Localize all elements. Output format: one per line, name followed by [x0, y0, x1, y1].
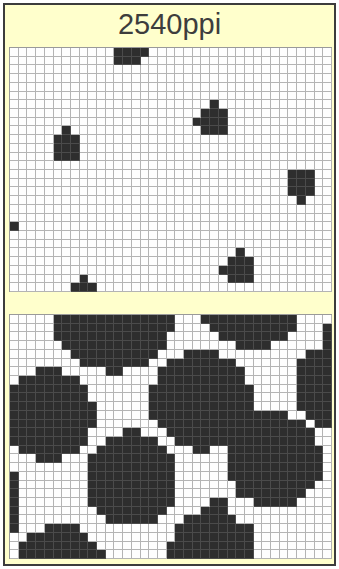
- empty-cell: [297, 533, 306, 542]
- empty-cell: [141, 109, 150, 118]
- empty-cell: [80, 454, 89, 463]
- empty-cell: [228, 196, 237, 205]
- empty-cell: [97, 135, 106, 144]
- empty-cell: [228, 153, 237, 162]
- empty-cell: [123, 231, 132, 240]
- empty-cell: [236, 74, 245, 83]
- dot-cell: [10, 420, 19, 429]
- empty-cell: [149, 109, 158, 118]
- empty-cell: [19, 275, 28, 284]
- empty-cell: [288, 57, 297, 66]
- dot-cell: [306, 393, 315, 402]
- empty-cell: [288, 161, 297, 170]
- dot-cell: [193, 515, 202, 524]
- dot-cell: [236, 524, 245, 533]
- empty-cell: [149, 144, 158, 153]
- empty-cell: [97, 283, 106, 292]
- dot-cell: [141, 437, 150, 446]
- empty-cell: [149, 376, 158, 385]
- empty-cell: [106, 214, 115, 223]
- dot-cell: [236, 411, 245, 420]
- empty-cell: [219, 92, 228, 101]
- dot-cell: [228, 266, 237, 275]
- empty-cell: [114, 240, 123, 249]
- empty-cell: [210, 135, 219, 144]
- empty-cell: [149, 187, 158, 196]
- empty-cell: [175, 257, 184, 266]
- dot-cell: [97, 324, 106, 333]
- dot-cell: [97, 472, 106, 481]
- empty-cell: [27, 214, 36, 223]
- dot-cell: [262, 341, 271, 350]
- dot-cell: [114, 332, 123, 341]
- dot-cell: [323, 420, 332, 429]
- dot-cell: [114, 446, 123, 455]
- dot-cell: [54, 393, 63, 402]
- empty-cell: [201, 481, 210, 490]
- dot-cell: [210, 507, 219, 516]
- empty-cell: [27, 222, 36, 231]
- empty-cell: [141, 275, 150, 284]
- dot-cell: [54, 385, 63, 394]
- dot-cell: [97, 498, 106, 507]
- empty-cell: [201, 187, 210, 196]
- empty-cell: [175, 341, 184, 350]
- empty-cell: [219, 222, 228, 231]
- empty-cell: [262, 359, 271, 368]
- empty-cell: [323, 481, 332, 490]
- empty-cell: [254, 109, 263, 118]
- dot-cell: [236, 393, 245, 402]
- dot-cell: [306, 411, 315, 420]
- dot-cell: [297, 446, 306, 455]
- empty-cell: [167, 92, 176, 101]
- dot-cell: [193, 533, 202, 542]
- empty-cell: [262, 533, 271, 542]
- empty-cell: [45, 135, 54, 144]
- empty-cell: [219, 283, 228, 292]
- empty-cell: [36, 515, 45, 524]
- empty-cell: [54, 48, 63, 57]
- empty-cell: [193, 248, 202, 257]
- empty-cell: [201, 161, 210, 170]
- empty-cell: [262, 126, 271, 135]
- empty-cell: [280, 402, 289, 411]
- empty-cell: [80, 463, 89, 472]
- empty-cell: [323, 507, 332, 516]
- dot-cell: [123, 350, 132, 359]
- empty-cell: [236, 515, 245, 524]
- empty-cell: [80, 266, 89, 275]
- empty-cell: [88, 83, 97, 92]
- dot-cell: [219, 367, 228, 376]
- empty-cell: [141, 144, 150, 153]
- dot-cell: [306, 187, 315, 196]
- empty-cell: [123, 153, 132, 162]
- empty-cell: [167, 135, 176, 144]
- empty-cell: [141, 231, 150, 240]
- empty-cell: [132, 367, 141, 376]
- dot-cell: [54, 324, 63, 333]
- empty-cell: [97, 214, 106, 223]
- empty-cell: [236, 100, 245, 109]
- empty-cell: [184, 205, 193, 214]
- dot-cell: [27, 542, 36, 551]
- empty-cell: [80, 161, 89, 170]
- empty-cell: [254, 126, 263, 135]
- dot-cell: [288, 428, 297, 437]
- dot-cell: [210, 393, 219, 402]
- empty-cell: [193, 179, 202, 188]
- empty-cell: [19, 214, 28, 223]
- dot-cell: [36, 393, 45, 402]
- empty-cell: [71, 481, 80, 490]
- empty-cell: [254, 275, 263, 284]
- dot-cell: [132, 472, 141, 481]
- dot-cell: [254, 446, 263, 455]
- empty-cell: [97, 437, 106, 446]
- empty-cell: [254, 92, 263, 101]
- empty-cell: [271, 240, 280, 249]
- empty-cell: [280, 283, 289, 292]
- empty-cell: [62, 266, 71, 275]
- empty-cell: [114, 376, 123, 385]
- empty-cell: [158, 283, 167, 292]
- dot-cell: [10, 385, 19, 394]
- empty-cell: [149, 65, 158, 74]
- empty-cell: [123, 196, 132, 205]
- dot-cell: [88, 315, 97, 324]
- dot-cell: [62, 411, 71, 420]
- dot-cell: [193, 524, 202, 533]
- empty-cell: [288, 196, 297, 205]
- empty-cell: [36, 222, 45, 231]
- empty-cell: [114, 420, 123, 429]
- empty-cell: [288, 533, 297, 542]
- dot-cell: [175, 376, 184, 385]
- empty-cell: [271, 515, 280, 524]
- empty-cell: [201, 332, 210, 341]
- empty-cell: [10, 135, 19, 144]
- empty-cell: [306, 153, 315, 162]
- empty-cell: [280, 205, 289, 214]
- dot-cell: [228, 376, 237, 385]
- empty-cell: [27, 454, 36, 463]
- empty-cell: [193, 472, 202, 481]
- empty-cell: [123, 214, 132, 223]
- empty-cell: [123, 411, 132, 420]
- empty-cell: [80, 109, 89, 118]
- dot-cell: [297, 196, 306, 205]
- empty-cell: [245, 92, 254, 101]
- dot-cell: [306, 428, 315, 437]
- empty-cell: [27, 109, 36, 118]
- empty-cell: [193, 222, 202, 231]
- dot-cell: [71, 324, 80, 333]
- empty-cell: [106, 542, 115, 551]
- empty-cell: [19, 153, 28, 162]
- empty-cell: [45, 187, 54, 196]
- empty-cell: [10, 144, 19, 153]
- empty-cell: [210, 283, 219, 292]
- empty-cell: [167, 240, 176, 249]
- empty-cell: [54, 196, 63, 205]
- empty-cell: [297, 161, 306, 170]
- dot-cell: [245, 257, 254, 266]
- empty-cell: [27, 100, 36, 109]
- empty-cell: [158, 57, 167, 66]
- dot-cell: [27, 393, 36, 402]
- empty-cell: [306, 83, 315, 92]
- dot-cell: [210, 376, 219, 385]
- dot-cell: [71, 420, 80, 429]
- dot-cell: [54, 153, 63, 162]
- empty-cell: [167, 170, 176, 179]
- empty-cell: [175, 153, 184, 162]
- dot-cell: [315, 454, 324, 463]
- empty-cell: [245, 248, 254, 257]
- dot-cell: [193, 376, 202, 385]
- empty-cell: [141, 428, 150, 437]
- empty-cell: [184, 266, 193, 275]
- dot-cell: [27, 437, 36, 446]
- empty-cell: [10, 187, 19, 196]
- dot-cell: [158, 420, 167, 429]
- empty-cell: [114, 100, 123, 109]
- empty-cell: [201, 179, 210, 188]
- empty-cell: [315, 74, 324, 83]
- dot-cell: [114, 315, 123, 324]
- dot-cell: [10, 515, 19, 524]
- empty-cell: [315, 187, 324, 196]
- empty-cell: [141, 524, 150, 533]
- empty-cell: [97, 393, 106, 402]
- dot-cell: [158, 341, 167, 350]
- dot-cell: [106, 367, 115, 376]
- dot-cell: [210, 411, 219, 420]
- dot-cell: [184, 393, 193, 402]
- empty-cell: [201, 463, 210, 472]
- dot-cell: [262, 481, 271, 490]
- empty-cell: [315, 315, 324, 324]
- empty-cell: [167, 74, 176, 83]
- empty-cell: [123, 135, 132, 144]
- empty-cell: [149, 542, 158, 551]
- empty-cell: [201, 231, 210, 240]
- dot-cell: [19, 402, 28, 411]
- empty-cell: [315, 533, 324, 542]
- empty-cell: [306, 109, 315, 118]
- empty-cell: [184, 332, 193, 341]
- empty-cell: [323, 524, 332, 533]
- empty-cell: [149, 179, 158, 188]
- empty-cell: [88, 248, 97, 257]
- dot-cell: [114, 57, 123, 66]
- dot-cell: [245, 542, 254, 551]
- empty-cell: [36, 283, 45, 292]
- empty-cell: [132, 205, 141, 214]
- dot-cell: [262, 498, 271, 507]
- dot-cell: [306, 472, 315, 481]
- empty-cell: [158, 222, 167, 231]
- empty-cell: [315, 170, 324, 179]
- empty-cell: [10, 332, 19, 341]
- empty-cell: [219, 275, 228, 284]
- dot-cell: [167, 367, 176, 376]
- dot-cell: [219, 393, 228, 402]
- dot-cell: [219, 533, 228, 542]
- empty-cell: [45, 275, 54, 284]
- empty-cell: [306, 92, 315, 101]
- empty-cell: [184, 118, 193, 127]
- dot-cell: [10, 222, 19, 231]
- empty-cell: [228, 489, 237, 498]
- empty-cell: [123, 393, 132, 402]
- dot-cell: [123, 315, 132, 324]
- empty-cell: [62, 74, 71, 83]
- empty-cell: [71, 65, 80, 74]
- empty-cell: [271, 385, 280, 394]
- empty-cell: [280, 135, 289, 144]
- dot-cell: [167, 489, 176, 498]
- empty-cell: [123, 550, 132, 559]
- dot-cell: [141, 332, 150, 341]
- empty-cell: [236, 359, 245, 368]
- empty-cell: [271, 161, 280, 170]
- empty-cell: [71, 515, 80, 524]
- empty-cell: [106, 524, 115, 533]
- empty-cell: [262, 187, 271, 196]
- empty-cell: [132, 275, 141, 284]
- empty-cell: [158, 248, 167, 257]
- dot-cell: [210, 367, 219, 376]
- empty-cell: [19, 118, 28, 127]
- dot-cell: [132, 48, 141, 57]
- dot-cell: [297, 402, 306, 411]
- empty-cell: [262, 515, 271, 524]
- empty-cell: [19, 350, 28, 359]
- empty-cell: [27, 83, 36, 92]
- empty-cell: [315, 341, 324, 350]
- dot-cell: [36, 437, 45, 446]
- empty-cell: [167, 196, 176, 205]
- dot-cell: [297, 170, 306, 179]
- empty-cell: [97, 48, 106, 57]
- empty-cell: [245, 118, 254, 127]
- empty-cell: [88, 179, 97, 188]
- dot-cell: [306, 359, 315, 368]
- empty-cell: [114, 402, 123, 411]
- dot-cell: [210, 515, 219, 524]
- empty-cell: [306, 100, 315, 109]
- empty-cell: [297, 240, 306, 249]
- dot-cell: [27, 376, 36, 385]
- empty-cell: [184, 179, 193, 188]
- empty-cell: [45, 144, 54, 153]
- empty-cell: [219, 48, 228, 57]
- empty-cell: [262, 214, 271, 223]
- empty-cell: [306, 74, 315, 83]
- empty-cell: [167, 283, 176, 292]
- empty-cell: [323, 266, 332, 275]
- empty-cell: [54, 515, 63, 524]
- empty-cell: [19, 454, 28, 463]
- empty-cell: [62, 179, 71, 188]
- dot-cell: [88, 472, 97, 481]
- empty-cell: [236, 153, 245, 162]
- dot-cell: [245, 402, 254, 411]
- dot-cell: [236, 315, 245, 324]
- empty-cell: [184, 341, 193, 350]
- empty-cell: [54, 179, 63, 188]
- empty-cell: [210, 170, 219, 179]
- empty-cell: [306, 341, 315, 350]
- dot-cell: [175, 402, 184, 411]
- empty-cell: [132, 240, 141, 249]
- empty-cell: [306, 126, 315, 135]
- empty-cell: [245, 65, 254, 74]
- empty-cell: [71, 507, 80, 516]
- empty-cell: [262, 109, 271, 118]
- dot-cell: [158, 454, 167, 463]
- empty-cell: [71, 214, 80, 223]
- dot-cell: [45, 376, 54, 385]
- empty-cell: [141, 240, 150, 249]
- empty-cell: [315, 507, 324, 516]
- empty-cell: [271, 533, 280, 542]
- empty-cell: [254, 350, 263, 359]
- dot-cell: [184, 437, 193, 446]
- empty-cell: [262, 524, 271, 533]
- dot-cell: [149, 385, 158, 394]
- empty-cell: [271, 367, 280, 376]
- empty-cell: [193, 481, 202, 490]
- empty-cell: [141, 170, 150, 179]
- empty-cell: [315, 109, 324, 118]
- empty-cell: [10, 266, 19, 275]
- empty-cell: [71, 48, 80, 57]
- dot-cell: [228, 420, 237, 429]
- empty-cell: [36, 524, 45, 533]
- dot-cell: [149, 463, 158, 472]
- dot-cell: [167, 463, 176, 472]
- empty-cell: [71, 196, 80, 205]
- empty-cell: [123, 109, 132, 118]
- dot-cell: [193, 385, 202, 394]
- empty-cell: [175, 231, 184, 240]
- dot-cell: [236, 420, 245, 429]
- dot-cell: [62, 550, 71, 559]
- empty-cell: [323, 74, 332, 83]
- empty-cell: [323, 161, 332, 170]
- empty-cell: [141, 126, 150, 135]
- empty-cell: [36, 92, 45, 101]
- empty-cell: [54, 92, 63, 101]
- empty-cell: [62, 83, 71, 92]
- empty-cell: [175, 57, 184, 66]
- empty-cell: [149, 48, 158, 57]
- empty-cell: [288, 222, 297, 231]
- empty-cell: [306, 222, 315, 231]
- empty-cell: [114, 205, 123, 214]
- empty-cell: [254, 214, 263, 223]
- empty-cell: [132, 248, 141, 257]
- empty-cell: [288, 550, 297, 559]
- empty-cell: [315, 231, 324, 240]
- empty-cell: [315, 65, 324, 74]
- empty-cell: [80, 100, 89, 109]
- empty-cell: [193, 324, 202, 333]
